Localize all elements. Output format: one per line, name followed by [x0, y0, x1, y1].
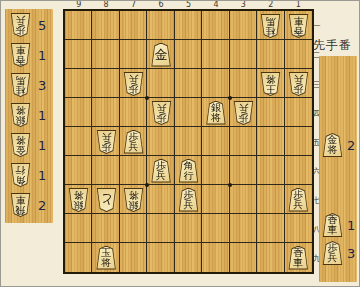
- board-square[interactable]: [230, 185, 257, 214]
- board-square[interactable]: [202, 243, 229, 272]
- piece-face: 銀将: [206, 102, 225, 124]
- piece-face: 香車: [323, 214, 342, 236]
- file-label: 2: [261, 1, 281, 9]
- board-square[interactable]: [230, 127, 257, 156]
- piece-face: 桂馬: [261, 15, 280, 37]
- gote-hand-count: 1: [38, 109, 46, 122]
- board-square[interactable]: [120, 243, 147, 272]
- board-square[interactable]: [202, 156, 229, 185]
- star-point: [145, 183, 149, 187]
- piece-face: 香車: [289, 247, 308, 269]
- piece-face: 玉将: [97, 247, 116, 269]
- board-square[interactable]: [120, 156, 147, 185]
- board-square[interactable]: [202, 40, 229, 69]
- file-label: 3: [233, 1, 253, 9]
- piece-face: 歩兵: [289, 73, 308, 95]
- piece-face: 桂馬: [11, 74, 30, 96]
- board-square[interactable]: [120, 11, 147, 40]
- board-square[interactable]: [202, 69, 229, 98]
- piece-face: 金: [152, 44, 171, 66]
- board-square[interactable]: [65, 69, 92, 98]
- board-square[interactable]: [285, 127, 312, 156]
- piece-face: 歩兵: [124, 131, 143, 153]
- board-square[interactable]: [230, 69, 257, 98]
- piece-face: 歩兵: [11, 14, 30, 36]
- piece-face: 歩兵: [234, 102, 253, 124]
- board-square[interactable]: [230, 40, 257, 69]
- board-square[interactable]: [65, 98, 92, 127]
- piece-face: 歩兵: [179, 189, 198, 211]
- piece-face: 飛車: [11, 194, 30, 216]
- board-square[interactable]: [230, 214, 257, 243]
- star-point: [228, 96, 232, 100]
- board-square[interactable]: [120, 40, 147, 69]
- file-label: 1: [288, 1, 308, 9]
- board-square[interactable]: [285, 40, 312, 69]
- board-square[interactable]: [257, 243, 284, 272]
- board-square[interactable]: [92, 11, 119, 40]
- board-square[interactable]: [285, 214, 312, 243]
- board-square[interactable]: [257, 98, 284, 127]
- file-label: 6: [151, 1, 171, 9]
- board-square[interactable]: [202, 127, 229, 156]
- piece-face: 王将: [261, 73, 280, 95]
- piece-face: 銀将: [69, 189, 88, 211]
- file-label: 9: [69, 1, 89, 9]
- turn-indicator: 先手番: [313, 37, 352, 54]
- sente-hand-count: 1: [347, 219, 355, 232]
- star-point: [228, 183, 232, 187]
- board-square[interactable]: [175, 98, 202, 127]
- board-square[interactable]: [202, 11, 229, 40]
- star-point: [145, 96, 149, 100]
- board-square[interactable]: [175, 69, 202, 98]
- piece-face: 歩兵: [289, 189, 308, 211]
- piece-face: 銀将: [11, 104, 30, 126]
- piece-face: 歩兵: [152, 160, 171, 182]
- piece-face: 角行: [11, 164, 30, 186]
- gote-hand-count: 5: [38, 19, 46, 32]
- board-square[interactable]: [65, 243, 92, 272]
- piece-face: 銀将: [124, 189, 143, 211]
- gote-hand-count: 1: [38, 169, 46, 182]
- board-square[interactable]: [202, 214, 229, 243]
- rank-label: 一: [312, 22, 321, 31]
- board-square[interactable]: [65, 11, 92, 40]
- board-square[interactable]: [230, 156, 257, 185]
- board-square[interactable]: [230, 243, 257, 272]
- board-square[interactable]: [92, 69, 119, 98]
- board-square[interactable]: [175, 127, 202, 156]
- board-square[interactable]: [175, 214, 202, 243]
- board-square[interactable]: [92, 156, 119, 185]
- board-square[interactable]: [120, 98, 147, 127]
- board-square[interactable]: [147, 214, 174, 243]
- board-square[interactable]: [257, 127, 284, 156]
- board-square[interactable]: [147, 127, 174, 156]
- gote-hand-count: 1: [38, 49, 46, 62]
- file-label: 5: [179, 1, 199, 9]
- board-square[interactable]: [202, 185, 229, 214]
- piece-face: 歩兵: [323, 242, 342, 264]
- piece-face: 歩兵: [124, 73, 143, 95]
- sente-hand-count: 3: [347, 247, 355, 260]
- board-square[interactable]: [92, 98, 119, 127]
- piece-face: 金将: [11, 134, 30, 156]
- board-square[interactable]: [92, 40, 119, 69]
- gote-hand-count: 3: [38, 79, 46, 92]
- gote-hand-count: 1: [38, 139, 46, 152]
- board-square[interactable]: [175, 40, 202, 69]
- piece-face: 香車: [289, 15, 308, 37]
- file-label: 7: [124, 1, 144, 9]
- board-square[interactable]: [285, 156, 312, 185]
- board-square[interactable]: [65, 214, 92, 243]
- board-square[interactable]: [147, 69, 174, 98]
- board-square[interactable]: [65, 127, 92, 156]
- board-square[interactable]: [257, 156, 284, 185]
- board-square[interactable]: [147, 243, 174, 272]
- board-square[interactable]: [120, 214, 147, 243]
- file-label: 8: [96, 1, 116, 9]
- board-square[interactable]: [257, 185, 284, 214]
- board-square[interactable]: [230, 11, 257, 40]
- board-square[interactable]: [257, 214, 284, 243]
- board-square[interactable]: [92, 214, 119, 243]
- sente-hand-count: 2: [347, 139, 355, 152]
- board-square[interactable]: [147, 185, 174, 214]
- piece-face: 角行: [179, 160, 198, 182]
- board-square[interactable]: [175, 243, 202, 272]
- board-square[interactable]: [175, 11, 202, 40]
- file-label: 4: [206, 1, 226, 9]
- shogi-diagram: 987654321 一二三四五六七八九 先手番 桂馬香車金歩兵王将歩兵歩兵銀将歩…: [0, 0, 360, 287]
- piece-face: 金将: [323, 134, 342, 156]
- board-square[interactable]: [65, 40, 92, 69]
- board-square[interactable]: [65, 156, 92, 185]
- board-square[interactable]: [285, 98, 312, 127]
- board-square[interactable]: [147, 11, 174, 40]
- gote-hand-count: 2: [38, 199, 46, 212]
- board-square[interactable]: [257, 40, 284, 69]
- piece-face: 香車: [11, 44, 30, 66]
